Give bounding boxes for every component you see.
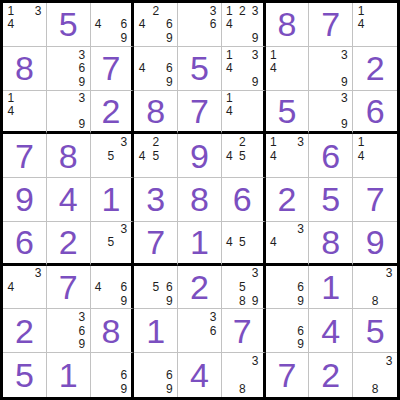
candidate-empty bbox=[280, 324, 294, 338]
candidate-digit: 1 bbox=[4, 92, 18, 105]
candidate-empty bbox=[193, 310, 207, 324]
candidate-digit: 9 bbox=[294, 338, 308, 352]
candidate-empty bbox=[324, 61, 338, 75]
candidate-empty bbox=[18, 267, 32, 281]
candidate-empty bbox=[31, 117, 45, 130]
cell-r2c6[interactable]: 1349 bbox=[222, 47, 266, 91]
candidate-grid: 39 bbox=[310, 48, 351, 89]
cell-r2c2[interactable]: 369 bbox=[47, 47, 91, 91]
cell-r3c3[interactable]: 2 bbox=[91, 91, 135, 135]
cell-r1c3[interactable]: 469 bbox=[91, 3, 135, 47]
cell-value: 6 bbox=[321, 139, 340, 173]
candidate-empty bbox=[104, 280, 117, 294]
candidate-digit: 4 bbox=[92, 280, 105, 294]
cell-r6c3[interactable]: 35 bbox=[91, 222, 135, 266]
cell-r4c7[interactable]: 134 bbox=[266, 134, 310, 178]
cell-r7c4[interactable]: 569 bbox=[134, 266, 178, 310]
cell-value: 2 bbox=[278, 182, 297, 216]
cell-value: 4 bbox=[190, 358, 209, 392]
candidate-empty bbox=[236, 223, 249, 236]
cell-value: 8 bbox=[15, 51, 34, 85]
cell-r4c5[interactable]: 9 bbox=[178, 134, 222, 178]
candidate-empty bbox=[135, 354, 149, 368]
candidate-grid: 134 bbox=[267, 135, 308, 176]
candidate-digit: 6 bbox=[163, 368, 177, 382]
candidate-empty bbox=[149, 368, 163, 382]
candidate-empty bbox=[267, 223, 281, 236]
candidate-empty bbox=[104, 354, 117, 368]
candidate-empty bbox=[267, 294, 281, 308]
cell-value: 3 bbox=[146, 182, 165, 216]
cell-value: 1 bbox=[59, 358, 78, 392]
candidate-digit: 9 bbox=[249, 75, 262, 89]
candidate-empty bbox=[48, 324, 62, 338]
cell-r2c1[interactable]: 8 bbox=[3, 47, 47, 91]
cell-r2c7[interactable]: 14 bbox=[266, 47, 310, 91]
cell-r8c7[interactable]: 69 bbox=[266, 309, 310, 353]
cell-r3c7[interactable]: 5 bbox=[266, 91, 310, 135]
cell-r7c3[interactable]: 469 bbox=[91, 266, 135, 310]
candidate-empty bbox=[31, 92, 45, 105]
candidate-digit: 3 bbox=[382, 267, 396, 281]
cell-r6c9[interactable]: 9 bbox=[353, 222, 397, 266]
candidate-digit: 3 bbox=[117, 135, 130, 149]
candidate-empty bbox=[368, 135, 382, 149]
candidate-empty bbox=[249, 280, 262, 294]
candidate-empty bbox=[267, 324, 281, 338]
candidate-grid: 2469 bbox=[135, 4, 176, 45]
candidate-digit: 1 bbox=[4, 4, 18, 18]
candidate-digit: 9 bbox=[338, 117, 352, 130]
candidate-empty bbox=[236, 92, 249, 105]
candidate-digit: 9 bbox=[163, 31, 177, 45]
cell-value: 7 bbox=[366, 182, 385, 216]
cell-r8c4[interactable]: 1 bbox=[134, 309, 178, 353]
candidate-empty bbox=[368, 280, 382, 294]
candidate-digit: 4 bbox=[223, 104, 236, 117]
candidate-empty bbox=[267, 163, 281, 177]
cell-r5c2[interactable]: 4 bbox=[47, 178, 91, 222]
candidate-empty bbox=[280, 163, 294, 177]
cell-r5c6[interactable]: 6 bbox=[222, 178, 266, 222]
cell-value: 6 bbox=[15, 225, 34, 259]
cell-r2c5[interactable]: 5 bbox=[178, 47, 222, 91]
cell-r9c7[interactable]: 7 bbox=[266, 353, 310, 397]
candidate-empty bbox=[280, 249, 294, 262]
candidate-empty bbox=[75, 104, 89, 117]
candidate-empty bbox=[104, 135, 117, 149]
cell-value: 2 bbox=[15, 314, 34, 348]
cell-r8c9[interactable]: 5 bbox=[353, 309, 397, 353]
candidate-empty bbox=[249, 92, 262, 105]
candidate-empty bbox=[223, 75, 236, 89]
cell-r1c1[interactable]: 134 bbox=[3, 3, 47, 47]
cell-r9c5[interactable]: 4 bbox=[178, 353, 222, 397]
cell-value: 8 bbox=[278, 7, 297, 41]
candidate-empty bbox=[92, 149, 105, 163]
candidate-digit: 4 bbox=[135, 18, 149, 32]
cell-r5c7[interactable]: 2 bbox=[266, 178, 310, 222]
cell-value: 1 bbox=[190, 225, 209, 259]
cell-value: 4 bbox=[59, 182, 78, 216]
cell-value: 2 bbox=[321, 358, 340, 392]
candidate-digit: 3 bbox=[206, 4, 220, 18]
cell-value: 6 bbox=[233, 182, 252, 216]
cell-r8c1[interactable]: 2 bbox=[3, 309, 47, 353]
candidate-digit: 4 bbox=[223, 236, 236, 249]
candidate-empty bbox=[354, 382, 368, 396]
candidate-digit: 6 bbox=[75, 324, 89, 338]
candidate-digit: 6 bbox=[117, 368, 130, 382]
candidate-empty bbox=[249, 223, 262, 236]
candidate-digit: 3 bbox=[382, 354, 396, 368]
candidate-empty bbox=[223, 354, 236, 368]
candidate-empty bbox=[48, 61, 62, 75]
candidate-empty bbox=[236, 249, 249, 262]
candidate-empty bbox=[310, 61, 324, 75]
candidate-digit: 4 bbox=[4, 280, 18, 294]
candidate-digit: 4 bbox=[223, 18, 236, 32]
candidate-empty bbox=[280, 294, 294, 308]
cell-r3c2[interactable]: 39 bbox=[47, 91, 91, 135]
candidate-empty bbox=[249, 368, 262, 382]
candidate-digit: 3 bbox=[294, 223, 308, 236]
cell-r3c5[interactable]: 7 bbox=[178, 91, 222, 135]
cell-r1c8[interactable]: 7 bbox=[309, 3, 353, 47]
candidate-grid: 12349 bbox=[223, 4, 262, 45]
candidate-empty bbox=[249, 117, 262, 130]
candidate-empty bbox=[104, 382, 117, 396]
candidate-empty bbox=[61, 48, 75, 62]
cell-value: 2 bbox=[190, 270, 209, 304]
candidate-empty bbox=[280, 149, 294, 163]
candidate-empty bbox=[223, 382, 236, 396]
candidate-empty bbox=[382, 18, 396, 32]
cell-r5c3[interactable]: 1 bbox=[91, 178, 135, 222]
cell-r1c9[interactable]: 14 bbox=[353, 3, 397, 47]
candidate-grid: 569 bbox=[135, 267, 176, 308]
candidate-empty bbox=[61, 92, 75, 105]
cell-r8c2[interactable]: 369 bbox=[47, 309, 91, 353]
candidate-empty bbox=[135, 267, 149, 281]
candidate-digit: 6 bbox=[117, 280, 130, 294]
candidate-empty bbox=[294, 236, 308, 249]
candidate-empty bbox=[92, 236, 105, 249]
cell-value: 8 bbox=[146, 94, 165, 128]
candidate-empty bbox=[294, 149, 308, 163]
candidate-digit: 4 bbox=[267, 61, 281, 75]
cell-r6c7[interactable]: 34 bbox=[266, 222, 310, 266]
candidate-empty bbox=[193, 338, 207, 352]
cell-value: 7 bbox=[101, 51, 120, 85]
cell-r4c8[interactable]: 6 bbox=[309, 134, 353, 178]
candidate-empty bbox=[267, 267, 281, 281]
cell-r9c9[interactable]: 38 bbox=[353, 353, 397, 397]
candidate-empty bbox=[135, 75, 149, 89]
candidate-digit: 3 bbox=[75, 310, 89, 324]
cell-r7c2[interactable]: 7 bbox=[47, 266, 91, 310]
candidate-empty bbox=[223, 294, 236, 308]
candidate-empty bbox=[324, 75, 338, 89]
candidate-empty bbox=[92, 249, 105, 262]
candidate-grid: 34 bbox=[4, 267, 45, 308]
candidate-empty bbox=[236, 18, 249, 32]
candidate-empty bbox=[92, 163, 105, 177]
candidate-empty bbox=[149, 354, 163, 368]
cell-r6c1[interactable]: 6 bbox=[3, 222, 47, 266]
candidate-grid: 35 bbox=[92, 135, 131, 176]
candidate-digit: 4 bbox=[267, 236, 281, 249]
cell-r3c1[interactable]: 14 bbox=[3, 91, 47, 135]
candidate-empty bbox=[236, 48, 249, 62]
candidate-empty bbox=[310, 92, 324, 105]
candidate-digit: 8 bbox=[236, 382, 249, 396]
candidate-empty bbox=[117, 354, 130, 368]
candidate-empty bbox=[223, 223, 236, 236]
candidate-empty bbox=[149, 75, 163, 89]
candidate-empty bbox=[117, 4, 130, 18]
candidate-empty bbox=[92, 368, 105, 382]
candidate-grid: 369 bbox=[48, 310, 89, 351]
cell-r9c4[interactable]: 69 bbox=[134, 353, 178, 397]
candidate-digit: 3 bbox=[117, 223, 130, 236]
cell-r2c8[interactable]: 39 bbox=[309, 47, 353, 91]
candidate-empty bbox=[354, 267, 368, 281]
candidate-digit: 5 bbox=[104, 236, 117, 249]
candidate-empty bbox=[193, 18, 207, 32]
cell-r8c3[interactable]: 8 bbox=[91, 309, 135, 353]
candidate-digit: 9 bbox=[117, 294, 130, 308]
cell-r9c8[interactable]: 2 bbox=[309, 353, 353, 397]
candidate-digit: 1 bbox=[267, 48, 281, 62]
cell-r6c4[interactable]: 7 bbox=[134, 222, 178, 266]
candidate-empty bbox=[18, 31, 32, 45]
candidate-empty bbox=[18, 294, 32, 308]
candidate-digit: 1 bbox=[223, 92, 236, 105]
cell-r1c7[interactable]: 8 bbox=[266, 3, 310, 47]
candidate-grid: 14 bbox=[354, 4, 396, 45]
candidate-empty bbox=[267, 310, 281, 324]
candidate-empty bbox=[163, 267, 177, 281]
cell-r6c6[interactable]: 45 bbox=[222, 222, 266, 266]
candidate-empty bbox=[135, 294, 149, 308]
cell-r5c9[interactable]: 7 bbox=[353, 178, 397, 222]
candidate-empty bbox=[382, 31, 396, 45]
candidate-digit: 3 bbox=[206, 310, 220, 324]
candidate-empty bbox=[382, 368, 396, 382]
cell-r1c4[interactable]: 2469 bbox=[134, 3, 178, 47]
cell-value: 6 bbox=[366, 94, 385, 128]
cell-r1c2[interactable]: 5 bbox=[47, 3, 91, 47]
candidate-empty bbox=[206, 338, 220, 352]
candidate-grid: 14 bbox=[223, 92, 262, 131]
cell-r9c6[interactable]: 38 bbox=[222, 353, 266, 397]
cell-r3c8[interactable]: 39 bbox=[309, 91, 353, 135]
cell-value: 7 bbox=[278, 358, 297, 392]
cell-r7c1[interactable]: 34 bbox=[3, 266, 47, 310]
cell-r5c8[interactable]: 5 bbox=[309, 178, 353, 222]
candidate-empty bbox=[31, 104, 45, 117]
candidate-grid: 14 bbox=[267, 48, 308, 89]
cell-r4c1[interactable]: 7 bbox=[3, 134, 47, 178]
candidate-empty bbox=[267, 338, 281, 352]
cell-r1c6[interactable]: 12349 bbox=[222, 3, 266, 47]
candidate-empty bbox=[92, 267, 105, 281]
candidate-grid: 36 bbox=[179, 310, 220, 351]
cell-r9c1[interactable]: 5 bbox=[3, 353, 47, 397]
cell-r4c2[interactable]: 8 bbox=[47, 134, 91, 178]
candidate-empty bbox=[280, 310, 294, 324]
cell-r1c5[interactable]: 36 bbox=[178, 3, 222, 47]
candidate-empty bbox=[18, 92, 32, 105]
candidate-empty bbox=[48, 104, 62, 117]
candidate-empty bbox=[104, 223, 117, 236]
candidate-digit: 4 bbox=[354, 149, 368, 163]
candidate-digit: 4 bbox=[135, 149, 149, 163]
cell-r2c3[interactable]: 7 bbox=[91, 47, 135, 91]
candidate-grid: 39 bbox=[48, 92, 89, 131]
candidate-empty bbox=[294, 163, 308, 177]
candidate-digit: 3 bbox=[31, 4, 45, 18]
candidate-grid: 36 bbox=[179, 4, 220, 45]
candidate-empty bbox=[163, 163, 177, 177]
candidate-empty bbox=[31, 18, 45, 32]
candidate-empty bbox=[249, 61, 262, 75]
cell-r5c1[interactable]: 9 bbox=[3, 178, 47, 222]
candidate-empty bbox=[163, 149, 177, 163]
candidate-empty bbox=[135, 382, 149, 396]
candidate-empty bbox=[179, 18, 193, 32]
candidate-empty bbox=[117, 163, 130, 177]
candidate-empty bbox=[368, 267, 382, 281]
candidate-empty bbox=[382, 135, 396, 149]
candidate-digit: 9 bbox=[117, 382, 130, 396]
cell-r6c5[interactable]: 1 bbox=[178, 222, 222, 266]
candidate-empty bbox=[163, 135, 177, 149]
candidate-digit: 3 bbox=[338, 48, 352, 62]
candidate-empty bbox=[48, 92, 62, 105]
candidate-empty bbox=[163, 4, 177, 18]
cell-r8c5[interactable]: 36 bbox=[178, 309, 222, 353]
candidate-empty bbox=[92, 4, 105, 18]
candidate-grid: 469 bbox=[135, 48, 176, 89]
candidate-digit: 6 bbox=[163, 18, 177, 32]
candidate-empty bbox=[18, 280, 32, 294]
candidate-digit: 5 bbox=[236, 149, 249, 163]
candidate-empty bbox=[135, 280, 149, 294]
cell-r8c6[interactable]: 7 bbox=[222, 309, 266, 353]
candidate-empty bbox=[324, 104, 338, 117]
candidate-empty bbox=[267, 249, 281, 262]
cell-r7c5[interactable]: 2 bbox=[178, 266, 222, 310]
candidate-grid: 38 bbox=[223, 354, 262, 396]
cell-r2c4[interactable]: 469 bbox=[134, 47, 178, 91]
candidate-grid: 3589 bbox=[223, 267, 262, 308]
candidate-grid: 69 bbox=[92, 354, 131, 396]
cell-r4c3[interactable]: 35 bbox=[91, 134, 135, 178]
candidate-empty bbox=[236, 104, 249, 117]
candidate-empty bbox=[280, 223, 294, 236]
cell-r9c2[interactable]: 1 bbox=[47, 353, 91, 397]
candidate-digit: 2 bbox=[149, 4, 163, 18]
cell-r8c8[interactable]: 4 bbox=[309, 309, 353, 353]
candidate-empty bbox=[61, 310, 75, 324]
candidate-grid: 69 bbox=[135, 354, 176, 396]
cell-r4c9[interactable]: 14 bbox=[353, 134, 397, 178]
candidate-digit: 9 bbox=[163, 294, 177, 308]
candidate-digit: 1 bbox=[354, 4, 368, 18]
candidate-empty bbox=[382, 163, 396, 177]
candidate-digit: 1 bbox=[223, 4, 236, 18]
candidate-grid: 14 bbox=[4, 92, 45, 131]
cell-r9c3[interactable]: 69 bbox=[91, 353, 135, 397]
candidate-empty bbox=[280, 236, 294, 249]
candidate-digit: 5 bbox=[104, 149, 117, 163]
candidate-empty bbox=[48, 48, 62, 62]
cell-r6c2[interactable]: 2 bbox=[47, 222, 91, 266]
candidate-empty bbox=[135, 368, 149, 382]
candidate-grid: 369 bbox=[48, 48, 89, 89]
candidate-empty bbox=[368, 149, 382, 163]
candidate-digit: 9 bbox=[294, 294, 308, 308]
cell-r3c6[interactable]: 14 bbox=[222, 91, 266, 135]
candidate-digit: 4 bbox=[267, 149, 281, 163]
candidate-empty bbox=[92, 354, 105, 368]
cell-r7c9[interactable]: 38 bbox=[353, 266, 397, 310]
candidate-grid: 245 bbox=[135, 135, 176, 176]
cell-value: 5 bbox=[59, 7, 78, 41]
cell-r7c6[interactable]: 3589 bbox=[222, 266, 266, 310]
candidate-empty bbox=[117, 149, 130, 163]
candidate-empty bbox=[61, 117, 75, 130]
candidate-empty bbox=[18, 18, 32, 32]
cell-r5c4[interactable]: 3 bbox=[134, 178, 178, 222]
candidate-empty bbox=[368, 354, 382, 368]
cell-r4c6[interactable]: 245 bbox=[222, 134, 266, 178]
cell-value: 1 bbox=[146, 314, 165, 348]
candidate-empty bbox=[104, 18, 117, 32]
candidate-empty bbox=[223, 31, 236, 45]
cell-r3c9[interactable]: 6 bbox=[353, 91, 397, 135]
candidate-empty bbox=[104, 249, 117, 262]
cell-r5c5[interactable]: 8 bbox=[178, 178, 222, 222]
cell-r4c4[interactable]: 245 bbox=[134, 134, 178, 178]
cell-value: 7 bbox=[15, 139, 34, 173]
cell-r7c7[interactable]: 69 bbox=[266, 266, 310, 310]
candidate-digit: 5 bbox=[149, 280, 163, 294]
candidate-empty bbox=[280, 267, 294, 281]
candidate-grid: 245 bbox=[223, 135, 262, 176]
candidate-digit: 3 bbox=[31, 267, 45, 281]
cell-r2c9[interactable]: 2 bbox=[353, 47, 397, 91]
candidate-digit: 6 bbox=[206, 18, 220, 32]
candidate-digit: 9 bbox=[75, 75, 89, 89]
cell-r7c8[interactable]: 1 bbox=[309, 266, 353, 310]
candidate-empty bbox=[368, 163, 382, 177]
candidate-grid: 134 bbox=[4, 4, 45, 45]
candidate-empty bbox=[338, 104, 352, 117]
candidate-empty bbox=[280, 61, 294, 75]
candidate-digit: 4 bbox=[4, 104, 18, 117]
candidate-grid: 39 bbox=[310, 92, 351, 131]
cell-value: 7 bbox=[59, 270, 78, 304]
cell-r3c4[interactable]: 8 bbox=[134, 91, 178, 135]
candidate-digit: 8 bbox=[236, 294, 249, 308]
candidate-empty bbox=[104, 163, 117, 177]
candidate-empty bbox=[249, 382, 262, 396]
cell-r6c8[interactable]: 8 bbox=[309, 222, 353, 266]
cell-value: 1 bbox=[321, 270, 340, 304]
